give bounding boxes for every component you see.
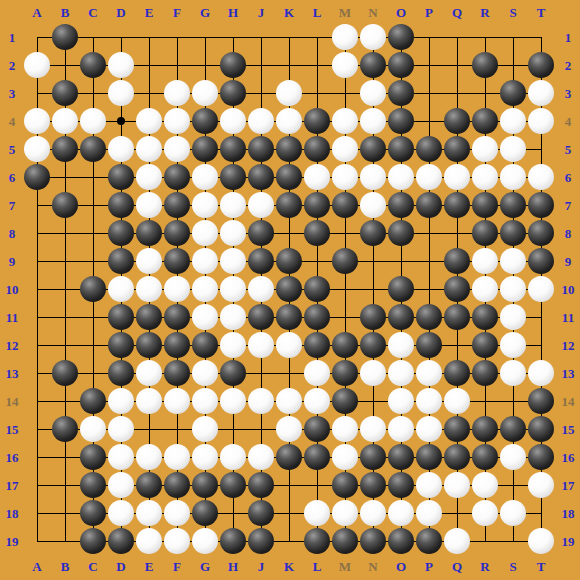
intersection-C7[interactable] — [79, 191, 107, 219]
intersection-H14[interactable] — [219, 387, 247, 415]
intersection-G18[interactable] — [191, 499, 219, 527]
intersection-N5[interactable] — [359, 135, 387, 163]
intersection-C12[interactable] — [79, 331, 107, 359]
intersection-Q3[interactable] — [443, 79, 471, 107]
intersection-N8[interactable] — [359, 219, 387, 247]
intersection-O9[interactable] — [387, 247, 415, 275]
intersection-T4[interactable] — [527, 107, 555, 135]
intersection-S18[interactable] — [499, 499, 527, 527]
intersection-M6[interactable] — [331, 163, 359, 191]
intersection-D7[interactable] — [107, 191, 135, 219]
intersection-Q9[interactable] — [443, 247, 471, 275]
intersection-T14[interactable] — [527, 387, 555, 415]
intersection-K3[interactable] — [275, 79, 303, 107]
intersection-O5[interactable] — [387, 135, 415, 163]
intersection-H13[interactable] — [219, 359, 247, 387]
intersection-F5[interactable] — [163, 135, 191, 163]
intersection-F14[interactable] — [163, 387, 191, 415]
intersection-R13[interactable] — [471, 359, 499, 387]
intersection-S19[interactable] — [499, 527, 527, 555]
intersection-C11[interactable] — [79, 303, 107, 331]
intersection-K6[interactable] — [275, 163, 303, 191]
intersection-P8[interactable] — [415, 219, 443, 247]
intersection-B1[interactable] — [51, 23, 79, 51]
intersection-B12[interactable] — [51, 331, 79, 359]
intersection-M16[interactable] — [331, 443, 359, 471]
intersection-S1[interactable] — [499, 23, 527, 51]
intersection-K13[interactable] — [275, 359, 303, 387]
intersection-P1[interactable] — [415, 23, 443, 51]
intersection-T9[interactable] — [527, 247, 555, 275]
intersection-J16[interactable] — [247, 443, 275, 471]
intersection-J6[interactable] — [247, 163, 275, 191]
intersection-M4[interactable] — [331, 107, 359, 135]
intersection-C3[interactable] — [79, 79, 107, 107]
intersection-F3[interactable] — [163, 79, 191, 107]
intersection-L2[interactable] — [303, 51, 331, 79]
intersection-B14[interactable] — [51, 387, 79, 415]
intersection-Q12[interactable] — [443, 331, 471, 359]
intersection-H5[interactable] — [219, 135, 247, 163]
intersection-R16[interactable] — [471, 443, 499, 471]
intersection-J12[interactable] — [247, 331, 275, 359]
intersection-O7[interactable] — [387, 191, 415, 219]
intersection-T17[interactable] — [527, 471, 555, 499]
intersection-J3[interactable] — [247, 79, 275, 107]
intersection-D11[interactable] — [107, 303, 135, 331]
intersection-O3[interactable] — [387, 79, 415, 107]
intersection-N16[interactable] — [359, 443, 387, 471]
intersection-A7[interactable] — [23, 191, 51, 219]
intersection-B2[interactable] — [51, 51, 79, 79]
intersection-O4[interactable] — [387, 107, 415, 135]
intersection-R5[interactable] — [471, 135, 499, 163]
intersection-G13[interactable] — [191, 359, 219, 387]
intersection-Q16[interactable] — [443, 443, 471, 471]
intersection-F10[interactable] — [163, 275, 191, 303]
intersection-E16[interactable] — [135, 443, 163, 471]
intersection-R15[interactable] — [471, 415, 499, 443]
intersection-M18[interactable] — [331, 499, 359, 527]
intersection-H11[interactable] — [219, 303, 247, 331]
intersection-L12[interactable] — [303, 331, 331, 359]
intersection-T10[interactable] — [527, 275, 555, 303]
intersection-A2[interactable] — [23, 51, 51, 79]
intersection-A16[interactable] — [23, 443, 51, 471]
intersection-T7[interactable] — [527, 191, 555, 219]
intersection-B16[interactable] — [51, 443, 79, 471]
intersection-N18[interactable] — [359, 499, 387, 527]
intersection-A10[interactable] — [23, 275, 51, 303]
intersection-P17[interactable] — [415, 471, 443, 499]
intersection-K19[interactable] — [275, 527, 303, 555]
intersection-B5[interactable] — [51, 135, 79, 163]
intersection-D15[interactable] — [107, 415, 135, 443]
intersection-A14[interactable] — [23, 387, 51, 415]
intersection-R18[interactable] — [471, 499, 499, 527]
intersection-P19[interactable] — [415, 527, 443, 555]
intersection-A9[interactable] — [23, 247, 51, 275]
intersection-G1[interactable] — [191, 23, 219, 51]
intersection-G5[interactable] — [191, 135, 219, 163]
intersection-Q11[interactable] — [443, 303, 471, 331]
intersection-B10[interactable] — [51, 275, 79, 303]
intersection-P14[interactable] — [415, 387, 443, 415]
intersection-G2[interactable] — [191, 51, 219, 79]
intersection-S4[interactable] — [499, 107, 527, 135]
intersection-R7[interactable] — [471, 191, 499, 219]
intersection-P15[interactable] — [415, 415, 443, 443]
intersection-F6[interactable] — [163, 163, 191, 191]
intersection-P10[interactable] — [415, 275, 443, 303]
intersection-K7[interactable] — [275, 191, 303, 219]
intersection-T6[interactable] — [527, 163, 555, 191]
intersection-S3[interactable] — [499, 79, 527, 107]
intersection-H8[interactable] — [219, 219, 247, 247]
intersection-B3[interactable] — [51, 79, 79, 107]
intersection-K17[interactable] — [275, 471, 303, 499]
intersection-L14[interactable] — [303, 387, 331, 415]
intersection-N7[interactable] — [359, 191, 387, 219]
intersection-N15[interactable] — [359, 415, 387, 443]
intersection-M7[interactable] — [331, 191, 359, 219]
intersection-R1[interactable] — [471, 23, 499, 51]
intersection-M1[interactable] — [331, 23, 359, 51]
intersection-S10[interactable] — [499, 275, 527, 303]
intersection-J13[interactable] — [247, 359, 275, 387]
intersection-C15[interactable] — [79, 415, 107, 443]
intersection-M5[interactable] — [331, 135, 359, 163]
intersection-T11[interactable] — [527, 303, 555, 331]
intersection-A18[interactable] — [23, 499, 51, 527]
intersection-B7[interactable] — [51, 191, 79, 219]
intersection-K18[interactable] — [275, 499, 303, 527]
intersection-M15[interactable] — [331, 415, 359, 443]
intersection-K2[interactable] — [275, 51, 303, 79]
intersection-K8[interactable] — [275, 219, 303, 247]
intersection-F1[interactable] — [163, 23, 191, 51]
intersection-H12[interactable] — [219, 331, 247, 359]
intersection-L1[interactable] — [303, 23, 331, 51]
intersection-O11[interactable] — [387, 303, 415, 331]
intersection-T3[interactable] — [527, 79, 555, 107]
intersection-S8[interactable] — [499, 219, 527, 247]
intersection-C17[interactable] — [79, 471, 107, 499]
intersection-M17[interactable] — [331, 471, 359, 499]
intersection-J9[interactable] — [247, 247, 275, 275]
intersection-K1[interactable] — [275, 23, 303, 51]
intersection-G12[interactable] — [191, 331, 219, 359]
intersection-M13[interactable] — [331, 359, 359, 387]
intersection-J18[interactable] — [247, 499, 275, 527]
intersection-S2[interactable] — [499, 51, 527, 79]
intersection-E14[interactable] — [135, 387, 163, 415]
intersection-F11[interactable] — [163, 303, 191, 331]
intersection-F15[interactable] — [163, 415, 191, 443]
intersection-R17[interactable] — [471, 471, 499, 499]
intersection-Q8[interactable] — [443, 219, 471, 247]
intersection-Q5[interactable] — [443, 135, 471, 163]
intersection-E19[interactable] — [135, 527, 163, 555]
intersection-C8[interactable] — [79, 219, 107, 247]
intersection-J15[interactable] — [247, 415, 275, 443]
intersection-G3[interactable] — [191, 79, 219, 107]
intersection-C1[interactable] — [79, 23, 107, 51]
intersection-D10[interactable] — [107, 275, 135, 303]
intersection-H17[interactable] — [219, 471, 247, 499]
intersection-N14[interactable] — [359, 387, 387, 415]
intersection-G19[interactable] — [191, 527, 219, 555]
intersection-O8[interactable] — [387, 219, 415, 247]
intersection-M12[interactable] — [331, 331, 359, 359]
intersection-K5[interactable] — [275, 135, 303, 163]
intersection-H9[interactable] — [219, 247, 247, 275]
intersection-H2[interactable] — [219, 51, 247, 79]
intersection-F9[interactable] — [163, 247, 191, 275]
intersection-H10[interactable] — [219, 275, 247, 303]
intersection-D6[interactable] — [107, 163, 135, 191]
intersection-O19[interactable] — [387, 527, 415, 555]
intersection-N1[interactable] — [359, 23, 387, 51]
intersection-D2[interactable] — [107, 51, 135, 79]
intersection-B13[interactable] — [51, 359, 79, 387]
intersection-G17[interactable] — [191, 471, 219, 499]
intersection-A8[interactable] — [23, 219, 51, 247]
intersection-O10[interactable] — [387, 275, 415, 303]
intersection-Q6[interactable] — [443, 163, 471, 191]
intersection-K9[interactable] — [275, 247, 303, 275]
intersection-D17[interactable] — [107, 471, 135, 499]
intersection-H3[interactable] — [219, 79, 247, 107]
intersection-S13[interactable] — [499, 359, 527, 387]
intersection-D14[interactable] — [107, 387, 135, 415]
intersection-G10[interactable] — [191, 275, 219, 303]
intersection-F13[interactable] — [163, 359, 191, 387]
intersection-S9[interactable] — [499, 247, 527, 275]
intersection-B4[interactable] — [51, 107, 79, 135]
intersection-Q7[interactable] — [443, 191, 471, 219]
intersection-L10[interactable] — [303, 275, 331, 303]
intersection-O6[interactable] — [387, 163, 415, 191]
intersection-T2[interactable] — [527, 51, 555, 79]
intersection-T12[interactable] — [527, 331, 555, 359]
intersection-A5[interactable] — [23, 135, 51, 163]
intersection-H7[interactable] — [219, 191, 247, 219]
intersection-C16[interactable] — [79, 443, 107, 471]
intersection-A17[interactable] — [23, 471, 51, 499]
intersection-E2[interactable] — [135, 51, 163, 79]
intersection-E6[interactable] — [135, 163, 163, 191]
intersection-A19[interactable] — [23, 527, 51, 555]
intersection-E1[interactable] — [135, 23, 163, 51]
intersection-P9[interactable] — [415, 247, 443, 275]
intersection-N13[interactable] — [359, 359, 387, 387]
intersection-T18[interactable] — [527, 499, 555, 527]
intersection-K11[interactable] — [275, 303, 303, 331]
intersection-E9[interactable] — [135, 247, 163, 275]
intersection-A1[interactable] — [23, 23, 51, 51]
intersection-O2[interactable] — [387, 51, 415, 79]
intersection-M11[interactable] — [331, 303, 359, 331]
intersection-P2[interactable] — [415, 51, 443, 79]
intersection-R6[interactable] — [471, 163, 499, 191]
intersection-L7[interactable] — [303, 191, 331, 219]
intersection-L15[interactable] — [303, 415, 331, 443]
intersection-Q10[interactable] — [443, 275, 471, 303]
intersection-E18[interactable] — [135, 499, 163, 527]
intersection-C10[interactable] — [79, 275, 107, 303]
intersection-K10[interactable] — [275, 275, 303, 303]
intersection-R14[interactable] — [471, 387, 499, 415]
intersection-N3[interactable] — [359, 79, 387, 107]
intersection-E11[interactable] — [135, 303, 163, 331]
intersection-B9[interactable] — [51, 247, 79, 275]
intersection-E4[interactable] — [135, 107, 163, 135]
intersection-G15[interactable] — [191, 415, 219, 443]
intersection-A11[interactable] — [23, 303, 51, 331]
intersection-D8[interactable] — [107, 219, 135, 247]
intersection-E15[interactable] — [135, 415, 163, 443]
intersection-S15[interactable] — [499, 415, 527, 443]
intersection-L5[interactable] — [303, 135, 331, 163]
intersection-Q15[interactable] — [443, 415, 471, 443]
intersection-F8[interactable] — [163, 219, 191, 247]
intersection-G6[interactable] — [191, 163, 219, 191]
intersection-L8[interactable] — [303, 219, 331, 247]
intersection-Q17[interactable] — [443, 471, 471, 499]
intersection-J5[interactable] — [247, 135, 275, 163]
intersection-O1[interactable] — [387, 23, 415, 51]
intersection-B6[interactable] — [51, 163, 79, 191]
intersection-F17[interactable] — [163, 471, 191, 499]
intersection-P5[interactable] — [415, 135, 443, 163]
intersection-M2[interactable] — [331, 51, 359, 79]
intersection-C18[interactable] — [79, 499, 107, 527]
intersection-C5[interactable] — [79, 135, 107, 163]
intersection-N9[interactable] — [359, 247, 387, 275]
intersection-L4[interactable] — [303, 107, 331, 135]
intersection-B18[interactable] — [51, 499, 79, 527]
intersection-R10[interactable] — [471, 275, 499, 303]
intersection-L3[interactable] — [303, 79, 331, 107]
intersection-F12[interactable] — [163, 331, 191, 359]
intersection-H15[interactable] — [219, 415, 247, 443]
intersection-J8[interactable] — [247, 219, 275, 247]
intersection-H19[interactable] — [219, 527, 247, 555]
intersection-T5[interactable] — [527, 135, 555, 163]
intersection-T1[interactable] — [527, 23, 555, 51]
intersection-Q13[interactable] — [443, 359, 471, 387]
intersection-D12[interactable] — [107, 331, 135, 359]
intersection-F4[interactable] — [163, 107, 191, 135]
intersection-L9[interactable] — [303, 247, 331, 275]
intersection-G4[interactable] — [191, 107, 219, 135]
intersection-B11[interactable] — [51, 303, 79, 331]
intersection-F18[interactable] — [163, 499, 191, 527]
intersection-F16[interactable] — [163, 443, 191, 471]
intersection-S11[interactable] — [499, 303, 527, 331]
intersection-A4[interactable] — [23, 107, 51, 135]
intersection-E10[interactable] — [135, 275, 163, 303]
intersection-J19[interactable] — [247, 527, 275, 555]
intersection-S12[interactable] — [499, 331, 527, 359]
intersection-H16[interactable] — [219, 443, 247, 471]
intersection-B17[interactable] — [51, 471, 79, 499]
intersection-J14[interactable] — [247, 387, 275, 415]
intersection-R2[interactable] — [471, 51, 499, 79]
intersection-D18[interactable] — [107, 499, 135, 527]
intersection-D4[interactable] — [107, 107, 135, 135]
intersection-N10[interactable] — [359, 275, 387, 303]
intersection-P4[interactable] — [415, 107, 443, 135]
intersection-M8[interactable] — [331, 219, 359, 247]
intersection-M19[interactable] — [331, 527, 359, 555]
intersection-L17[interactable] — [303, 471, 331, 499]
intersection-M10[interactable] — [331, 275, 359, 303]
intersection-S16[interactable] — [499, 443, 527, 471]
intersection-L19[interactable] — [303, 527, 331, 555]
intersection-R12[interactable] — [471, 331, 499, 359]
intersection-R19[interactable] — [471, 527, 499, 555]
intersection-L11[interactable] — [303, 303, 331, 331]
intersection-P11[interactable] — [415, 303, 443, 331]
intersection-Q14[interactable] — [443, 387, 471, 415]
intersection-D3[interactable] — [107, 79, 135, 107]
intersection-R8[interactable] — [471, 219, 499, 247]
intersection-Q1[interactable] — [443, 23, 471, 51]
intersection-D5[interactable] — [107, 135, 135, 163]
intersection-K14[interactable] — [275, 387, 303, 415]
intersection-P6[interactable] — [415, 163, 443, 191]
intersection-Q19[interactable] — [443, 527, 471, 555]
intersection-C19[interactable] — [79, 527, 107, 555]
intersection-S17[interactable] — [499, 471, 527, 499]
intersection-E3[interactable] — [135, 79, 163, 107]
intersection-K16[interactable] — [275, 443, 303, 471]
intersection-A13[interactable] — [23, 359, 51, 387]
intersection-M9[interactable] — [331, 247, 359, 275]
intersection-A6[interactable] — [23, 163, 51, 191]
intersection-R4[interactable] — [471, 107, 499, 135]
intersection-N12[interactable] — [359, 331, 387, 359]
intersection-J7[interactable] — [247, 191, 275, 219]
intersection-C2[interactable] — [79, 51, 107, 79]
intersection-E5[interactable] — [135, 135, 163, 163]
intersection-L16[interactable] — [303, 443, 331, 471]
intersection-C9[interactable] — [79, 247, 107, 275]
intersection-K12[interactable] — [275, 331, 303, 359]
intersection-T8[interactable] — [527, 219, 555, 247]
intersection-T13[interactable] — [527, 359, 555, 387]
intersection-T16[interactable] — [527, 443, 555, 471]
intersection-B15[interactable] — [51, 415, 79, 443]
intersection-O12[interactable] — [387, 331, 415, 359]
intersection-G7[interactable] — [191, 191, 219, 219]
intersection-T15[interactable] — [527, 415, 555, 443]
intersection-O16[interactable] — [387, 443, 415, 471]
intersection-A3[interactable] — [23, 79, 51, 107]
intersection-N11[interactable] — [359, 303, 387, 331]
intersection-E17[interactable] — [135, 471, 163, 499]
intersection-B19[interactable] — [51, 527, 79, 555]
intersection-N17[interactable] — [359, 471, 387, 499]
intersection-E8[interactable] — [135, 219, 163, 247]
intersection-P18[interactable] — [415, 499, 443, 527]
intersection-J4[interactable] — [247, 107, 275, 135]
intersection-H18[interactable] — [219, 499, 247, 527]
intersection-F7[interactable] — [163, 191, 191, 219]
intersection-O13[interactable] — [387, 359, 415, 387]
